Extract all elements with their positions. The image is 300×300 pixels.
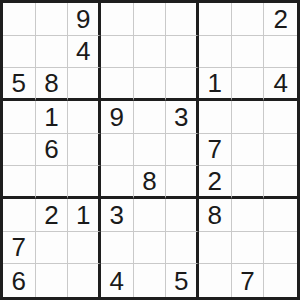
cell-r8c3[interactable]	[68, 232, 101, 265]
cell-r3c5[interactable]	[134, 68, 167, 101]
cell-r1c8[interactable]	[232, 3, 265, 36]
cell-r4c8[interactable]	[232, 101, 265, 134]
cell-r3c4[interactable]	[101, 68, 134, 101]
cell-r7c8[interactable]	[232, 199, 265, 232]
cell-r9c7[interactable]	[199, 264, 232, 297]
cell-r8c5[interactable]	[134, 232, 167, 265]
cell-r3c7: 1	[199, 68, 232, 101]
cell-r5c2: 6	[36, 134, 69, 167]
cell-r2c2[interactable]	[36, 36, 69, 69]
cell-r3c9: 4	[264, 68, 297, 101]
cell-r6c8[interactable]	[232, 166, 265, 199]
cell-r8c2[interactable]	[36, 232, 69, 265]
cell-r7c6[interactable]	[166, 199, 199, 232]
cell-r7c5[interactable]	[134, 199, 167, 232]
cell-r9c8: 7	[232, 264, 265, 297]
cell-r7c9[interactable]	[264, 199, 297, 232]
cell-r5c8[interactable]	[232, 134, 265, 167]
cell-r8c6[interactable]	[166, 232, 199, 265]
cell-r1c7[interactable]	[199, 3, 232, 36]
cell-r8c9[interactable]	[264, 232, 297, 265]
cell-r5c7: 7	[199, 134, 232, 167]
cell-r8c4[interactable]	[101, 232, 134, 265]
cell-r6c4[interactable]	[101, 166, 134, 199]
cell-r7c7: 8	[199, 199, 232, 232]
cell-r3c3[interactable]	[68, 68, 101, 101]
cell-r7c4: 3	[101, 199, 134, 232]
cell-r6c2[interactable]	[36, 166, 69, 199]
cell-r8c7[interactable]	[199, 232, 232, 265]
sudoku-board: 92458141936782213876457	[0, 0, 300, 300]
cell-r7c2: 2	[36, 199, 69, 232]
cell-r6c1[interactable]	[3, 166, 36, 199]
cell-r9c9[interactable]	[264, 264, 297, 297]
cell-r3c2: 8	[36, 68, 69, 101]
cell-r5c1[interactable]	[3, 134, 36, 167]
cell-r1c9: 2	[264, 3, 297, 36]
cell-r7c1[interactable]	[3, 199, 36, 232]
cell-r4c1[interactable]	[3, 101, 36, 134]
cell-r5c6[interactable]	[166, 134, 199, 167]
cell-r6c5: 8	[134, 166, 167, 199]
cell-r6c6[interactable]	[166, 166, 199, 199]
cell-r1c4[interactable]	[101, 3, 134, 36]
cell-r1c1[interactable]	[3, 3, 36, 36]
cell-r2c8[interactable]	[232, 36, 265, 69]
cell-r3c6[interactable]	[166, 68, 199, 101]
cell-r4c6: 3	[166, 101, 199, 134]
sudoku-puzzle: 92458141936782213876457	[0, 0, 300, 300]
cell-r2c7[interactable]	[199, 36, 232, 69]
cell-r4c5[interactable]	[134, 101, 167, 134]
cell-r5c3[interactable]	[68, 134, 101, 167]
cell-r4c4: 9	[101, 101, 134, 134]
cell-r6c3[interactable]	[68, 166, 101, 199]
cell-r9c2[interactable]	[36, 264, 69, 297]
cell-r8c8[interactable]	[232, 232, 265, 265]
cell-r9c3[interactable]	[68, 264, 101, 297]
cell-r9c5[interactable]	[134, 264, 167, 297]
cell-r9c4: 4	[101, 264, 134, 297]
cell-r9c6: 5	[166, 264, 199, 297]
cell-r1c2[interactable]	[36, 3, 69, 36]
cell-r3c8[interactable]	[232, 68, 265, 101]
cell-r9c1: 6	[3, 264, 36, 297]
cell-r4c9[interactable]	[264, 101, 297, 134]
cell-r2c4[interactable]	[101, 36, 134, 69]
cell-r7c3: 1	[68, 199, 101, 232]
cell-r1c6[interactable]	[166, 3, 199, 36]
cell-r3c1: 5	[3, 68, 36, 101]
cell-r1c5[interactable]	[134, 3, 167, 36]
cell-r2c3: 4	[68, 36, 101, 69]
cell-r1c3: 9	[68, 3, 101, 36]
cell-r6c7: 2	[199, 166, 232, 199]
cell-r5c9[interactable]	[264, 134, 297, 167]
cell-r2c5[interactable]	[134, 36, 167, 69]
cell-r4c2: 1	[36, 101, 69, 134]
cell-r2c1[interactable]	[3, 36, 36, 69]
cell-r5c4[interactable]	[101, 134, 134, 167]
cell-r4c7[interactable]	[199, 101, 232, 134]
cell-r4c3[interactable]	[68, 101, 101, 134]
cell-r8c1: 7	[3, 232, 36, 265]
cell-r2c6[interactable]	[166, 36, 199, 69]
cell-r6c9[interactable]	[264, 166, 297, 199]
cell-r2c9[interactable]	[264, 36, 297, 69]
cell-r5c5[interactable]	[134, 134, 167, 167]
